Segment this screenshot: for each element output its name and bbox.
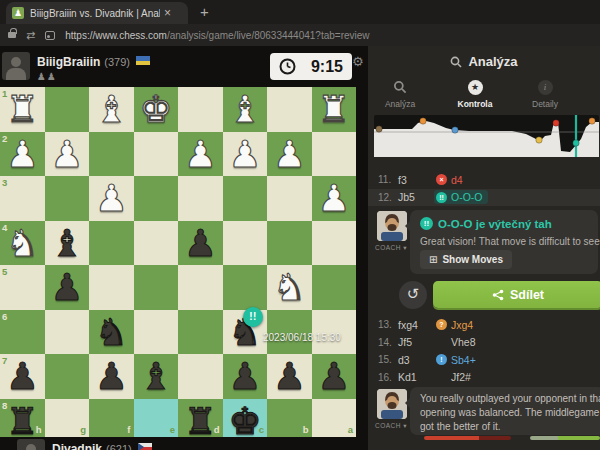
- brilliant-classification-icon: !!: [436, 192, 447, 203]
- black-pawn: ♟: [178, 221, 223, 266]
- square-e7[interactable]: ♝: [134, 354, 179, 399]
- tab-title: BiiigBraiiin vs. Divadnik | Analy: [30, 8, 160, 19]
- file-label: f: [127, 424, 130, 435]
- square-d2[interactable]: ♟: [178, 132, 223, 177]
- coach-brilliant-title: O-O-O je výtečný tah: [438, 218, 552, 230]
- square-e6[interactable]: [134, 310, 179, 355]
- black-bishop: ♝: [45, 221, 90, 266]
- square-a4[interactable]: [312, 221, 357, 266]
- square-h3[interactable]: 3: [0, 176, 45, 221]
- square-h2[interactable]: ♟2: [0, 132, 45, 177]
- player-top-name: BiiigBraiiin: [37, 55, 100, 69]
- rank-label: 1: [2, 88, 7, 99]
- black-pawn: ♟: [89, 354, 134, 399]
- board-timestamp: 2023/06/18 15:30: [263, 332, 341, 343]
- settings-gear-icon[interactable]: ⚙: [352, 54, 364, 69]
- square-e5[interactable]: [134, 265, 179, 310]
- square-c3[interactable]: [223, 176, 268, 221]
- coach-brilliant-text: Great vision! That move is difficult to …: [420, 236, 600, 247]
- player-bottom: Divadnik(621): [17, 439, 152, 450]
- move-row-11: 11.f3×d4: [368, 171, 600, 189]
- mistake-classification-icon: ?: [436, 319, 447, 330]
- black-bishop: ♝: [134, 354, 179, 399]
- brilliant-icon: !!: [420, 217, 433, 230]
- square-e4[interactable]: [134, 221, 179, 266]
- square-f6[interactable]: ♞: [89, 310, 134, 355]
- move-row-13: 13.fxg4?Jxg4: [368, 316, 600, 334]
- rank-label: 4: [2, 222, 7, 233]
- chesscom-favicon-icon: ♟: [12, 7, 24, 19]
- lock-icon[interactable]: [8, 32, 16, 38]
- black-move-text: O-O-O: [451, 191, 483, 203]
- square-e1[interactable]: ♚: [134, 87, 179, 132]
- square-c2[interactable]: ♟: [223, 132, 268, 177]
- tab-close-icon[interactable]: ×: [164, 6, 171, 20]
- move-number: 16.: [368, 372, 398, 383]
- black-pawn: ♟: [223, 354, 268, 399]
- rank-label: 6: [2, 311, 7, 322]
- coach-brilliant-bubble: !! O-O-O je výtečný tah Great vision! Th…: [410, 210, 598, 274]
- chess-board: ♜1♝♚♝♜♟2♟♟♟♟3♟♟♞4♝♟5♟♞6♞♞♟7♟♝♟♟♟♜8hgfe♜d…: [0, 87, 356, 443]
- square-f2[interactable]: [89, 132, 134, 177]
- move-row-15: 15.d3!Sb4+: [368, 351, 600, 369]
- square-f3[interactable]: ♟: [89, 176, 134, 221]
- coach-avatar-2: [377, 389, 407, 419]
- move-number: 11.: [368, 174, 398, 185]
- coach-avatar: [377, 211, 407, 241]
- move-row-12: 12.Jb5!!O-O-O: [368, 189, 600, 207]
- square-a3[interactable]: ♟: [312, 176, 357, 221]
- square-f5[interactable]: [89, 265, 134, 310]
- coach-summary-bubble: You really outplayed your opponent in th…: [410, 387, 600, 435]
- move-number: 14.: [368, 337, 398, 348]
- square-b7[interactable]: ♟: [267, 354, 312, 399]
- move-row-16: 16.Kd1Jf2#: [368, 369, 600, 387]
- black-pawn: ♟: [312, 354, 357, 399]
- square-f4[interactable]: [89, 221, 134, 266]
- captured-pieces: ♟♟: [37, 71, 150, 82]
- progress-bar: [424, 436, 511, 440]
- tab-swap-icon[interactable]: ⇄: [26, 29, 35, 42]
- square-b4[interactable]: [267, 221, 312, 266]
- browser-chrome: ♟ BiiigBraiiin vs. Divadnik | Analy × + …: [0, 0, 600, 46]
- coach-label-2[interactable]: COACH ▾: [375, 422, 407, 430]
- progress-bar: [530, 436, 600, 440]
- browser-tab[interactable]: ♟ BiiigBraiiin vs. Divadnik | Analy ×: [6, 2, 188, 24]
- square-a1[interactable]: ♜: [312, 87, 357, 132]
- analysis-panel: Analýza Analýza ★ Kontrola i Detaily 11.…: [368, 46, 600, 450]
- square-h4[interactable]: ♞4: [0, 221, 45, 266]
- square-h7[interactable]: ♟7: [0, 354, 45, 399]
- white-move[interactable]: d3: [398, 354, 434, 366]
- black-move-text: Sb4+: [451, 354, 476, 366]
- file-label: g: [80, 424, 86, 435]
- square-c1[interactable]: ♝: [223, 87, 268, 132]
- white-move[interactable]: Jf5: [398, 336, 434, 348]
- rank-label: 2: [2, 133, 7, 144]
- move-number: 12.: [368, 192, 398, 203]
- media-frame-icon[interactable]: [45, 31, 55, 40]
- white-move[interactable]: fxg4: [398, 319, 434, 331]
- share-icon: [492, 289, 504, 301]
- coach-summary-line: opening was balanced. The middlegame was…: [420, 407, 600, 418]
- coach-summary-line: You really outplayed your opponent in th…: [420, 393, 600, 404]
- black-move-text: d4: [451, 174, 463, 186]
- white-move[interactable]: f3: [398, 174, 434, 186]
- white-move[interactable]: Kd1: [398, 371, 434, 383]
- square-d1[interactable]: [178, 87, 223, 132]
- square-g6[interactable]: [45, 310, 90, 355]
- ukraine-flag-icon: [136, 56, 150, 65]
- square-d4[interactable]: ♟: [178, 221, 223, 266]
- square-c5[interactable]: [223, 265, 268, 310]
- game-clock: 9:15: [270, 53, 352, 80]
- square-h1[interactable]: ♜1: [0, 87, 45, 132]
- square-g4[interactable]: ♝: [45, 221, 90, 266]
- white-pawn: ♟: [89, 176, 134, 221]
- square-b5[interactable]: ♞: [267, 265, 312, 310]
- screen: ♟ BiiigBraiiin vs. Divadnik | Analy × + …: [0, 0, 600, 450]
- black-move[interactable]: ×d4: [434, 173, 468, 187]
- square-a7[interactable]: ♟: [312, 354, 357, 399]
- star-icon: ★: [468, 80, 483, 95]
- white-pawn: ♟: [223, 132, 268, 177]
- player-bottom-avatar: [17, 439, 45, 450]
- square-d3[interactable]: [178, 176, 223, 221]
- black-move-text: Jf2#: [451, 371, 471, 383]
- square-g3[interactable]: [45, 176, 90, 221]
- retry-button[interactable]: ↺: [399, 281, 427, 309]
- share-button[interactable]: Sdílet: [433, 281, 600, 308]
- rank-label: 3: [2, 177, 7, 188]
- square-g5[interactable]: ♟: [45, 265, 90, 310]
- square-e3[interactable]: [134, 176, 179, 221]
- square-f1[interactable]: ♝: [89, 87, 134, 132]
- player-top-rating: (379): [104, 56, 130, 68]
- square-d6[interactable]: [178, 310, 223, 355]
- rank-label: 8: [2, 400, 7, 411]
- white-pawn: ♟: [178, 132, 223, 177]
- player-top: BiiigBraiiin(379) ♟♟: [2, 52, 150, 82]
- miss-classification-icon: ×: [436, 174, 447, 185]
- tab-detaily[interactable]: i Detaily: [513, 80, 577, 109]
- great-classification-icon: !: [436, 354, 447, 365]
- white-king: ♚: [134, 87, 179, 132]
- black-pawn: ♟: [267, 354, 312, 399]
- white-knight: ♞: [267, 265, 312, 310]
- square-b3[interactable]: [267, 176, 312, 221]
- magnifier-icon: [450, 56, 462, 71]
- rank-label: 7: [2, 355, 7, 366]
- new-tab-button[interactable]: +: [200, 3, 209, 20]
- clock-time: 9:15: [311, 58, 343, 76]
- square-e2[interactable]: [134, 132, 179, 177]
- url-bar[interactable]: ⇄ https://www.chess.com/analysis/game/li…: [0, 24, 600, 46]
- file-label: h: [36, 424, 42, 435]
- player-bottom-rating: (621): [106, 443, 132, 450]
- square-g1[interactable]: [45, 87, 90, 132]
- file-label: d: [214, 424, 220, 435]
- square-d5[interactable]: [178, 265, 223, 310]
- black-move[interactable]: !Sb4+: [434, 353, 481, 367]
- square-g7[interactable]: [45, 354, 90, 399]
- rank-label: 5: [2, 266, 7, 277]
- square-d7[interactable]: [178, 354, 223, 399]
- panel-title: Analýza: [368, 54, 600, 71]
- url-text[interactable]: https://www.chess.com/analysis/game/live…: [65, 30, 369, 41]
- move-number: 15.: [368, 354, 398, 365]
- square-f7[interactable]: ♟: [89, 354, 134, 399]
- white-pawn: ♟: [45, 132, 90, 177]
- black-pawn: ♟: [45, 265, 90, 310]
- square-b2[interactable]: ♟: [267, 132, 312, 177]
- white-move[interactable]: Jb5: [398, 191, 434, 203]
- black-move[interactable]: ?Jxg4: [434, 318, 478, 332]
- player-bottom-name: Divadnik: [52, 442, 102, 450]
- coach-label[interactable]: COACH ▾: [375, 244, 407, 252]
- move-row-14: 14.Jf5Vhe8: [368, 334, 600, 352]
- info-icon: i: [538, 80, 553, 95]
- show-moves-button[interactable]: ⊞ Show Moves: [420, 250, 512, 269]
- file-label: c: [259, 424, 264, 435]
- black-move[interactable]: Vhe8: [434, 335, 481, 349]
- tab-analyza[interactable]: Analýza: [368, 80, 432, 109]
- black-knight: ♞: [89, 310, 134, 355]
- square-c4[interactable]: [223, 221, 268, 266]
- player-top-avatar: [2, 52, 30, 80]
- analysis-magnifier-icon: [393, 80, 408, 95]
- black-move-text: Jxg4: [451, 319, 473, 331]
- square-a5[interactable]: [312, 265, 357, 310]
- square-b1[interactable]: [267, 87, 312, 132]
- square-g2[interactable]: ♟: [45, 132, 90, 177]
- black-move[interactable]: !!O-O-O: [434, 190, 488, 204]
- player-bottom-bar: Divadnik(621): [0, 437, 368, 450]
- white-pawn: ♟: [312, 176, 357, 221]
- grid-icon: ⊞: [429, 254, 437, 265]
- tab-kontrola[interactable]: ★ Kontrola: [443, 80, 507, 109]
- evaluation-graph[interactable]: [374, 115, 599, 157]
- file-label: a: [348, 424, 353, 435]
- square-h5[interactable]: 5: [0, 265, 45, 310]
- white-bishop: ♝: [89, 87, 134, 132]
- czech-flag-icon: [138, 443, 152, 450]
- white-rook: ♜: [312, 87, 357, 132]
- file-label: e: [170, 424, 175, 435]
- white-bishop: ♝: [223, 87, 268, 132]
- clock-icon: [279, 58, 296, 75]
- move-number: 13.: [368, 319, 398, 330]
- square-c7[interactable]: ♟: [223, 354, 268, 399]
- file-label: b: [303, 424, 309, 435]
- square-a2[interactable]: [312, 132, 357, 177]
- square-h6[interactable]: 6: [0, 310, 45, 355]
- brilliant-move-badge: !!: [243, 307, 263, 327]
- coach-summary-line: got the better of it.: [420, 421, 600, 432]
- white-pawn: ♟: [267, 132, 312, 177]
- black-move-text: Vhe8: [451, 336, 476, 348]
- black-move[interactable]: Jf2#: [434, 370, 476, 384]
